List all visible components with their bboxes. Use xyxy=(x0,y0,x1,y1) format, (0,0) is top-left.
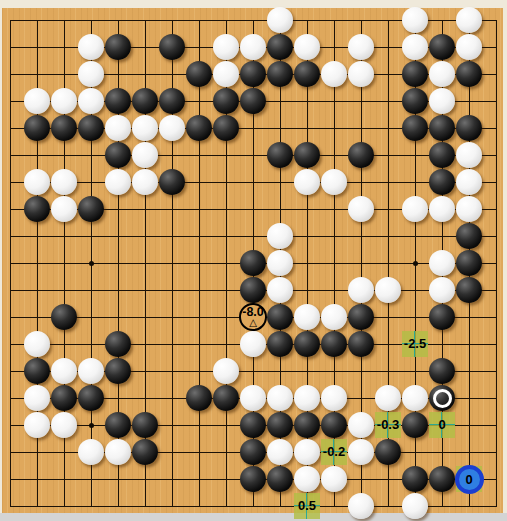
stone-white[interactable] xyxy=(348,34,374,60)
stone-black[interactable] xyxy=(24,196,50,222)
stone-white[interactable] xyxy=(51,88,77,114)
stone-white[interactable] xyxy=(24,331,50,357)
stone-white[interactable] xyxy=(294,439,320,465)
stone-black[interactable] xyxy=(105,412,131,438)
stone-white[interactable] xyxy=(456,34,482,60)
stone-black[interactable] xyxy=(105,358,131,384)
stone-black[interactable] xyxy=(132,439,158,465)
stone-white[interactable] xyxy=(348,61,374,87)
stone-black[interactable] xyxy=(240,250,266,276)
stone-white[interactable] xyxy=(321,385,347,411)
stone-black[interactable] xyxy=(429,115,455,141)
stone-black[interactable] xyxy=(294,331,320,357)
stone-black[interactable] xyxy=(456,115,482,141)
stone-black[interactable] xyxy=(294,142,320,168)
score-label-green: -0.3 xyxy=(375,412,401,438)
stone-white[interactable] xyxy=(267,7,293,33)
stone-black[interactable] xyxy=(78,115,104,141)
stone-black[interactable] xyxy=(240,439,266,465)
score-label-green: -0.2 xyxy=(321,439,347,465)
score-label-green: 0 xyxy=(429,412,455,438)
stone-white[interactable] xyxy=(132,115,158,141)
blue-move-marker[interactable]: 0 xyxy=(455,465,484,494)
stone-black[interactable] xyxy=(186,61,212,87)
stone-black[interactable] xyxy=(456,250,482,276)
score-label-text: 0 xyxy=(438,412,445,438)
stone-white[interactable] xyxy=(78,88,104,114)
stone-white[interactable] xyxy=(78,34,104,60)
stone-black[interactable] xyxy=(348,142,374,168)
stone-white[interactable] xyxy=(429,196,455,222)
stone-black[interactable] xyxy=(213,385,239,411)
stone-black[interactable] xyxy=(348,304,374,330)
stone-black[interactable] xyxy=(321,412,347,438)
grid-line xyxy=(496,20,497,507)
stone-white[interactable] xyxy=(267,385,293,411)
stone-white[interactable] xyxy=(429,250,455,276)
blue-marker-text: 0 xyxy=(465,469,472,490)
stone-white[interactable] xyxy=(348,439,374,465)
stone-white[interactable] xyxy=(456,142,482,168)
stone-black[interactable] xyxy=(402,466,428,492)
stone-black[interactable] xyxy=(267,331,293,357)
stone-black[interactable] xyxy=(78,196,104,222)
stone-black[interactable] xyxy=(267,304,293,330)
stone-white[interactable] xyxy=(78,61,104,87)
stone-black[interactable] xyxy=(348,331,374,357)
stone-white[interactable] xyxy=(267,439,293,465)
stone-white[interactable] xyxy=(132,169,158,195)
stone-black[interactable] xyxy=(375,439,401,465)
stone-white[interactable] xyxy=(51,196,77,222)
stone-black[interactable] xyxy=(321,331,347,357)
stone-white[interactable] xyxy=(348,196,374,222)
stone-white[interactable] xyxy=(456,196,482,222)
stone-black[interactable] xyxy=(213,88,239,114)
stone-black[interactable] xyxy=(105,88,131,114)
stone-black[interactable] xyxy=(267,466,293,492)
stone-white[interactable] xyxy=(51,169,77,195)
stone-white[interactable] xyxy=(240,385,266,411)
stone-black[interactable] xyxy=(429,169,455,195)
stone-black[interactable] xyxy=(24,115,50,141)
stone-black[interactable] xyxy=(132,412,158,438)
stone-white[interactable] xyxy=(213,358,239,384)
stone-white[interactable] xyxy=(159,115,185,141)
stone-white[interactable] xyxy=(24,88,50,114)
stone-white[interactable] xyxy=(78,439,104,465)
stone-black[interactable] xyxy=(213,115,239,141)
stone-white[interactable] xyxy=(402,385,428,411)
stone-white[interactable] xyxy=(51,358,77,384)
stone-white[interactable] xyxy=(267,250,293,276)
stone-black[interactable] xyxy=(267,142,293,168)
stone-black[interactable] xyxy=(78,385,104,411)
stone-black[interactable] xyxy=(240,61,266,87)
stone-black[interactable] xyxy=(24,358,50,384)
stone-black[interactable] xyxy=(429,466,455,492)
stone-white[interactable] xyxy=(402,7,428,33)
stone-black[interactable] xyxy=(159,169,185,195)
stone-black[interactable] xyxy=(402,115,428,141)
stone-white[interactable] xyxy=(348,412,374,438)
triangle-mark-icon: △ xyxy=(249,318,257,327)
stone-white[interactable] xyxy=(294,34,320,60)
stone-black[interactable] xyxy=(267,412,293,438)
stone-black[interactable] xyxy=(429,304,455,330)
stone-white[interactable] xyxy=(51,412,77,438)
stone-white[interactable] xyxy=(267,223,293,249)
stone-black[interactable] xyxy=(159,34,185,60)
stone-white[interactable] xyxy=(321,304,347,330)
stone-white[interactable] xyxy=(348,277,374,303)
stone-white[interactable] xyxy=(402,196,428,222)
stone-white[interactable] xyxy=(24,385,50,411)
stone-black[interactable] xyxy=(456,277,482,303)
score-label-text: -0.3 xyxy=(377,412,399,438)
stone-black[interactable] xyxy=(159,88,185,114)
stone-black[interactable] xyxy=(105,331,131,357)
go-app-window: -2.5-0.30-0.20.50-8.0△ xyxy=(0,0,507,521)
stone-white[interactable] xyxy=(213,61,239,87)
stone-white[interactable] xyxy=(456,169,482,195)
stone-black[interactable] xyxy=(429,358,455,384)
stone-black[interactable] xyxy=(267,61,293,87)
stone-white[interactable] xyxy=(105,169,131,195)
stone-white[interactable] xyxy=(321,169,347,195)
stone-black[interactable] xyxy=(402,61,428,87)
stone-black[interactable] xyxy=(240,277,266,303)
stone-white[interactable] xyxy=(24,412,50,438)
stone-black[interactable] xyxy=(105,34,131,60)
stone-white[interactable] xyxy=(240,331,266,357)
stone-black[interactable] xyxy=(294,61,320,87)
stone-black[interactable] xyxy=(456,223,482,249)
stone-white[interactable] xyxy=(321,61,347,87)
stone-white[interactable] xyxy=(213,34,239,60)
stone-black[interactable] xyxy=(132,88,158,114)
stone-white[interactable] xyxy=(456,7,482,33)
stone-white[interactable] xyxy=(375,385,401,411)
stone-white[interactable] xyxy=(24,169,50,195)
stone-white[interactable] xyxy=(321,466,347,492)
stone-black[interactable] xyxy=(240,412,266,438)
stone-white[interactable] xyxy=(375,277,401,303)
stone-white[interactable] xyxy=(429,277,455,303)
stone-black[interactable] xyxy=(456,61,482,87)
stone-black[interactable] xyxy=(186,385,212,411)
stone-white[interactable] xyxy=(132,142,158,168)
stone-black[interactable] xyxy=(51,385,77,411)
stone-white[interactable] xyxy=(240,34,266,60)
stone-white[interactable] xyxy=(105,439,131,465)
stone-white[interactable] xyxy=(294,466,320,492)
stone-white[interactable] xyxy=(402,34,428,60)
stone-white[interactable] xyxy=(105,115,131,141)
star-point xyxy=(413,261,418,266)
stone-white[interactable] xyxy=(267,277,293,303)
stone-white[interactable] xyxy=(429,88,455,114)
stone-black[interactable] xyxy=(402,412,428,438)
stone-white[interactable] xyxy=(348,493,374,519)
score-label-green: -2.5 xyxy=(402,331,428,357)
stone-black[interactable] xyxy=(294,412,320,438)
last-move-marker-icon xyxy=(433,389,452,408)
score-label-text: -0.2 xyxy=(323,439,345,465)
stone-white[interactable] xyxy=(294,304,320,330)
star-point xyxy=(89,423,94,428)
stone-black[interactable] xyxy=(240,466,266,492)
stone-white[interactable] xyxy=(429,61,455,87)
stone-black[interactable] xyxy=(51,115,77,141)
score-label-text: 0.5 xyxy=(298,493,316,519)
stone-white[interactable] xyxy=(294,169,320,195)
stone-black[interactable] xyxy=(429,34,455,60)
score-label-text: -2.5 xyxy=(404,331,426,357)
stone-black[interactable] xyxy=(186,115,212,141)
stone-black[interactable] xyxy=(51,304,77,330)
stone-white[interactable] xyxy=(294,385,320,411)
stone-black[interactable] xyxy=(105,142,131,168)
stone-black[interactable] xyxy=(429,142,455,168)
stone-black[interactable] xyxy=(267,34,293,60)
annotated-point-circle: -8.0△ xyxy=(239,303,267,331)
stone-black[interactable] xyxy=(402,88,428,114)
board-overlay: -2.5-0.30-0.20.50-8.0△ xyxy=(0,0,507,521)
star-point xyxy=(89,261,94,266)
score-label-green: 0.5 xyxy=(294,493,320,519)
stone-black[interactable] xyxy=(240,88,266,114)
stone-white[interactable] xyxy=(402,493,428,519)
stone-white[interactable] xyxy=(78,358,104,384)
